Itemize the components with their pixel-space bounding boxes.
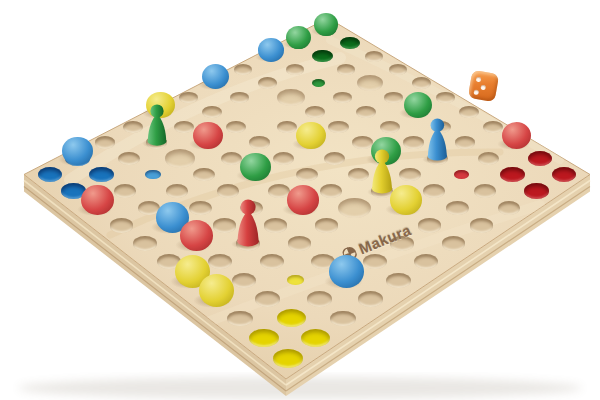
home-hole-green[interactable] (312, 50, 332, 63)
hole[interactable] (363, 254, 387, 269)
home-hole-green[interactable] (340, 37, 360, 49)
hole[interactable] (202, 106, 222, 118)
home-hole-red[interactable] (500, 167, 525, 182)
big-hole[interactable] (277, 89, 305, 106)
hole[interactable] (470, 218, 493, 232)
hole[interactable] (123, 121, 143, 134)
die-pip (481, 85, 487, 91)
red-ball[interactable] (81, 185, 113, 215)
hole[interactable] (110, 218, 133, 232)
hole[interactable] (118, 152, 139, 165)
hole[interactable] (324, 152, 345, 165)
hole[interactable] (389, 64, 407, 75)
hole[interactable] (133, 236, 157, 251)
hole[interactable] (226, 121, 246, 134)
hole[interactable] (315, 218, 338, 232)
hole[interactable] (320, 184, 342, 198)
hole[interactable] (455, 136, 476, 149)
hole[interactable] (474, 184, 496, 198)
hole[interactable] (403, 136, 424, 149)
hole[interactable] (330, 311, 355, 327)
hole[interactable] (333, 92, 352, 104)
start-hole-blue[interactable] (145, 170, 161, 180)
hole[interactable] (446, 201, 469, 215)
hole[interactable] (273, 152, 294, 165)
hole[interactable] (478, 152, 499, 165)
hole[interactable] (227, 311, 252, 327)
hole[interactable] (95, 136, 116, 149)
hole[interactable] (249, 136, 270, 149)
hole[interactable] (264, 218, 287, 232)
wooden-die[interactable] (468, 70, 499, 102)
hole[interactable] (166, 184, 188, 198)
hole[interactable] (459, 106, 479, 118)
hole[interactable] (258, 77, 277, 89)
home-hole-blue[interactable] (89, 167, 114, 182)
hole[interactable] (217, 184, 239, 198)
hole[interactable] (442, 236, 466, 251)
home-hole-red[interactable] (524, 183, 549, 199)
die-pip (476, 77, 482, 83)
home-hole-yellow[interactable] (249, 329, 279, 347)
hole[interactable] (412, 77, 431, 89)
hole[interactable] (352, 136, 373, 149)
hole[interactable] (305, 106, 325, 118)
hole[interactable] (296, 168, 318, 181)
hole[interactable] (232, 273, 257, 288)
blue-ball[interactable] (62, 137, 92, 165)
hole[interactable] (423, 184, 445, 198)
hole[interactable] (288, 236, 312, 251)
yellow-ball[interactable] (296, 122, 326, 150)
hole[interactable] (307, 291, 332, 307)
home-hole-red[interactable] (528, 151, 552, 166)
hole[interactable] (208, 254, 232, 269)
big-hole[interactable] (165, 149, 195, 168)
hole[interactable] (436, 92, 455, 104)
big-hole[interactable] (338, 198, 370, 218)
hole[interactable] (260, 254, 284, 269)
hole[interactable] (286, 64, 304, 75)
hole[interactable] (418, 218, 441, 232)
green-ball[interactable] (286, 26, 311, 49)
die-pip (473, 89, 479, 95)
hole[interactable] (114, 184, 136, 198)
home-hole-yellow[interactable] (273, 349, 303, 368)
green-ball[interactable] (404, 92, 432, 118)
hole[interactable] (255, 291, 280, 307)
yellow-ball[interactable] (199, 274, 235, 307)
home-hole-blue[interactable] (38, 167, 63, 182)
hole[interactable] (358, 291, 383, 307)
hole[interactable] (328, 121, 348, 134)
green-ball[interactable] (314, 13, 338, 35)
hole[interactable] (365, 51, 383, 62)
green-ball[interactable] (240, 153, 271, 182)
board-photo-stage: Makura (0, 0, 600, 400)
red-pawn[interactable] (231, 199, 265, 248)
hole[interactable] (399, 168, 421, 181)
red-ball[interactable] (180, 220, 214, 251)
hole[interactable] (193, 168, 215, 181)
red-ball[interactable] (193, 122, 223, 150)
hole[interactable] (498, 201, 521, 215)
hole[interactable] (414, 254, 438, 269)
blue-pawn[interactable] (422, 118, 453, 162)
blue-ball[interactable] (258, 38, 283, 62)
hole[interactable] (483, 121, 503, 134)
hole[interactable] (386, 273, 411, 288)
hole[interactable] (221, 152, 242, 165)
hole[interactable] (179, 92, 198, 104)
hole[interactable] (189, 201, 212, 215)
green-pawn[interactable] (142, 104, 172, 147)
